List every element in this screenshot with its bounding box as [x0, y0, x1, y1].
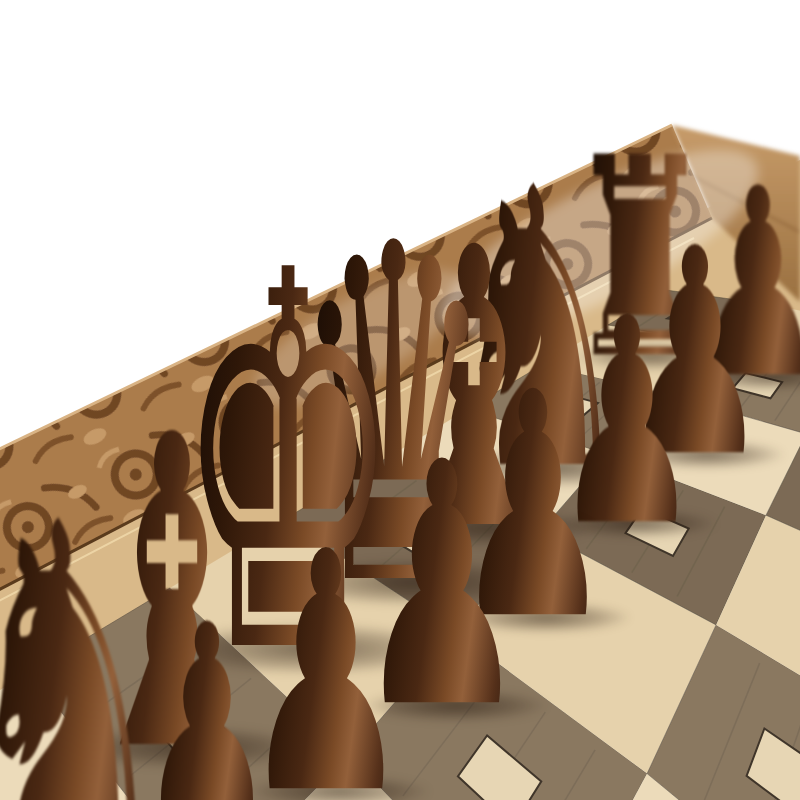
chess-set-photo: ♞♟♝♟♚♟♛♟♝♟♞♟♜♟ — [0, 0, 800, 800]
board-svg — [0, 0, 800, 800]
